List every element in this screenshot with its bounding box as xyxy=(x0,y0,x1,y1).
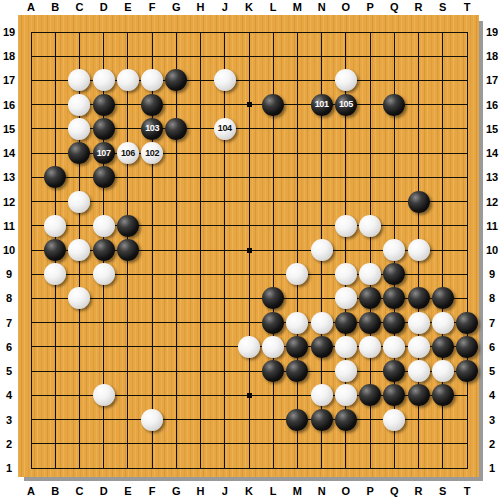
row-label-right: 1 xyxy=(489,462,495,474)
stone-white-r7 xyxy=(408,312,430,334)
move-number-label: 105 xyxy=(339,100,353,109)
stone-white-d4 xyxy=(93,384,115,406)
stone-black-m6 xyxy=(286,336,308,358)
stone-black-t6 xyxy=(456,336,478,358)
column-label-bottom: P xyxy=(366,485,373,497)
stone-black-q8 xyxy=(383,287,405,309)
grid-line-horizontal xyxy=(31,468,468,469)
row-label-right: 18 xyxy=(486,50,498,62)
row-label-left: 8 xyxy=(6,292,12,304)
row-label-right: 9 xyxy=(489,268,495,280)
stone-white-e17 xyxy=(117,69,139,91)
column-label-bottom: H xyxy=(197,485,205,497)
stone-white-n7 xyxy=(311,312,333,334)
stone-white-j15: 104 xyxy=(214,118,236,140)
stone-white-c12 xyxy=(68,191,90,213)
stone-black-t5 xyxy=(456,360,478,382)
stone-black-q7 xyxy=(383,312,405,334)
stone-black-q4 xyxy=(383,384,405,406)
grid-line-vertical xyxy=(297,32,298,469)
stone-white-o4 xyxy=(335,384,357,406)
stone-black-m5 xyxy=(286,360,308,382)
stone-white-r6 xyxy=(408,336,430,358)
stone-white-o11 xyxy=(335,215,357,237)
column-label-bottom: G xyxy=(172,485,181,497)
stone-white-n4 xyxy=(311,384,333,406)
stone-black-p7 xyxy=(359,312,381,334)
row-label-left: 13 xyxy=(3,171,15,183)
stone-black-r8 xyxy=(408,287,430,309)
row-label-left: 2 xyxy=(6,438,12,450)
column-label-bottom: F xyxy=(149,485,156,497)
row-label-left: 17 xyxy=(3,74,15,86)
column-label-top: B xyxy=(51,1,59,13)
column-label-top: Q xyxy=(390,1,399,13)
column-label-bottom: T xyxy=(464,485,471,497)
stone-black-q5 xyxy=(383,360,405,382)
column-label-top: N xyxy=(318,1,326,13)
column-label-bottom: J xyxy=(222,485,228,497)
column-label-top: T xyxy=(464,1,471,13)
row-label-left: 14 xyxy=(3,147,15,159)
stone-white-f14: 102 xyxy=(141,142,163,164)
stone-black-e10 xyxy=(117,239,139,261)
row-label-left: 11 xyxy=(3,220,15,232)
column-label-top: L xyxy=(270,1,277,13)
stone-black-t7 xyxy=(456,312,478,334)
column-label-top: S xyxy=(439,1,446,13)
column-label-bottom: D xyxy=(100,485,108,497)
column-label-top: J xyxy=(222,1,228,13)
row-label-right: 19 xyxy=(486,26,498,38)
stone-white-r10 xyxy=(408,239,430,261)
stone-white-o5 xyxy=(335,360,357,382)
stone-black-l8 xyxy=(262,287,284,309)
row-label-right: 11 xyxy=(486,220,498,232)
column-label-bottom: E xyxy=(124,485,131,497)
stone-black-n16: 101 xyxy=(311,94,333,116)
row-label-left: 6 xyxy=(6,341,12,353)
column-label-top: A xyxy=(27,1,35,13)
stone-black-r4 xyxy=(408,384,430,406)
stone-white-e14: 106 xyxy=(117,142,139,164)
stone-black-d13 xyxy=(93,166,115,188)
stone-black-b13 xyxy=(44,166,66,188)
row-label-left: 18 xyxy=(3,50,15,62)
move-number-label: 103 xyxy=(145,124,159,133)
move-number-label: 104 xyxy=(218,124,232,133)
stone-black-d16 xyxy=(93,94,115,116)
stone-black-b10 xyxy=(44,239,66,261)
row-label-left: 10 xyxy=(3,244,15,256)
goban[interactable]: 101105103104107106102 xyxy=(18,15,479,477)
stone-black-g17 xyxy=(165,69,187,91)
stone-black-l5 xyxy=(262,360,284,382)
column-label-bottom: S xyxy=(439,485,446,497)
row-label-left: 4 xyxy=(6,389,12,401)
stone-black-o7 xyxy=(335,312,357,334)
stone-black-l7 xyxy=(262,312,284,334)
stone-black-q16 xyxy=(383,94,405,116)
stone-black-d15 xyxy=(93,118,115,140)
row-label-right: 2 xyxy=(489,438,495,450)
stone-white-q6 xyxy=(383,336,405,358)
stone-black-c14 xyxy=(68,142,90,164)
stone-white-c8 xyxy=(68,287,90,309)
stone-white-s5 xyxy=(432,360,454,382)
column-label-bottom: R xyxy=(415,485,423,497)
row-label-right: 12 xyxy=(486,196,498,208)
column-label-bottom: A xyxy=(27,485,35,497)
row-label-left: 15 xyxy=(3,123,15,135)
stone-white-o8 xyxy=(335,287,357,309)
column-label-top: M xyxy=(293,1,302,13)
stone-white-o17 xyxy=(335,69,357,91)
row-label-right: 6 xyxy=(489,341,495,353)
column-label-top: O xyxy=(342,1,351,13)
stone-white-o6 xyxy=(335,336,357,358)
column-label-bottom: Q xyxy=(390,485,399,497)
stone-black-d14: 107 xyxy=(93,142,115,164)
stone-white-o9 xyxy=(335,263,357,285)
column-label-top: R xyxy=(415,1,423,13)
stone-white-p6 xyxy=(359,336,381,358)
grid-line-vertical xyxy=(467,32,468,469)
stone-black-l16 xyxy=(262,94,284,116)
column-label-top: K xyxy=(245,1,253,13)
stone-white-f17 xyxy=(141,69,163,91)
row-label-left: 1 xyxy=(6,462,12,474)
row-label-right: 8 xyxy=(489,292,495,304)
column-label-bottom: N xyxy=(318,485,326,497)
column-label-bottom: O xyxy=(342,485,351,497)
stone-white-q10 xyxy=(383,239,405,261)
stone-black-f16 xyxy=(141,94,163,116)
stone-white-b9 xyxy=(44,263,66,285)
column-label-top: C xyxy=(75,1,83,13)
stone-black-e11 xyxy=(117,215,139,237)
stone-white-p9 xyxy=(359,263,381,285)
star-point xyxy=(247,248,252,253)
stone-black-n6 xyxy=(311,336,333,358)
column-label-bottom: L xyxy=(270,485,277,497)
stone-white-d11 xyxy=(93,215,115,237)
column-label-top: D xyxy=(100,1,108,13)
stone-white-c17 xyxy=(68,69,90,91)
row-label-right: 14 xyxy=(486,147,498,159)
stone-black-o3 xyxy=(335,409,357,431)
stone-black-s4 xyxy=(432,384,454,406)
stone-black-q9 xyxy=(383,263,405,285)
column-label-bottom: K xyxy=(245,485,253,497)
move-number-label: 106 xyxy=(121,149,135,158)
stone-white-d17 xyxy=(93,69,115,91)
stone-white-m9 xyxy=(286,263,308,285)
stone-white-c10 xyxy=(68,239,90,261)
stone-white-j17 xyxy=(214,69,236,91)
stone-white-l6 xyxy=(262,336,284,358)
column-label-bottom: B xyxy=(51,485,59,497)
row-label-left: 5 xyxy=(6,365,12,377)
move-number-label: 102 xyxy=(145,149,159,158)
stone-white-c16 xyxy=(68,94,90,116)
stone-white-q3 xyxy=(383,409,405,431)
row-label-left: 7 xyxy=(6,317,12,329)
column-label-top: P xyxy=(366,1,373,13)
row-label-left: 12 xyxy=(3,196,15,208)
row-label-left: 16 xyxy=(3,99,15,111)
stone-black-r12 xyxy=(408,191,430,213)
stone-black-d10 xyxy=(93,239,115,261)
stone-black-o16: 105 xyxy=(335,94,357,116)
grid-line-horizontal xyxy=(31,443,468,444)
stone-white-r5 xyxy=(408,360,430,382)
row-label-right: 10 xyxy=(486,244,498,256)
go-board-page: 101105103104107106102 AABBCCDDEEFFGGHHJJ… xyxy=(0,0,500,500)
column-label-top: G xyxy=(172,1,181,13)
stone-black-n3 xyxy=(311,409,333,431)
row-label-right: 13 xyxy=(486,171,498,183)
row-label-left: 3 xyxy=(6,414,12,426)
row-label-left: 19 xyxy=(3,26,15,38)
stone-black-s8 xyxy=(432,287,454,309)
row-label-right: 7 xyxy=(489,317,495,329)
stone-white-k6 xyxy=(238,336,260,358)
stone-black-s6 xyxy=(432,336,454,358)
stone-black-g15 xyxy=(165,118,187,140)
star-point xyxy=(247,102,252,107)
move-number-label: 107 xyxy=(97,149,111,158)
stone-black-p8 xyxy=(359,287,381,309)
stone-white-n10 xyxy=(311,239,333,261)
row-label-right: 3 xyxy=(489,414,495,426)
stone-white-f3 xyxy=(141,409,163,431)
row-label-right: 5 xyxy=(489,365,495,377)
star-point xyxy=(247,393,252,398)
move-number-label: 101 xyxy=(315,100,329,109)
stone-white-b11 xyxy=(44,215,66,237)
stone-white-m7 xyxy=(286,312,308,334)
row-label-right: 16 xyxy=(486,99,498,111)
stone-black-f15: 103 xyxy=(141,118,163,140)
stone-black-p4 xyxy=(359,384,381,406)
row-label-right: 15 xyxy=(486,123,498,135)
column-label-top: E xyxy=(124,1,131,13)
column-label-top: F xyxy=(149,1,156,13)
row-label-right: 4 xyxy=(489,389,495,401)
column-label-bottom: M xyxy=(293,485,302,497)
stone-white-c15 xyxy=(68,118,90,140)
stone-white-p11 xyxy=(359,215,381,237)
stone-black-m3 xyxy=(286,409,308,431)
stone-white-d9 xyxy=(93,263,115,285)
column-label-bottom: C xyxy=(75,485,83,497)
row-label-right: 17 xyxy=(486,74,498,86)
column-label-top: H xyxy=(197,1,205,13)
stone-white-s7 xyxy=(432,312,454,334)
row-label-left: 9 xyxy=(6,268,12,280)
